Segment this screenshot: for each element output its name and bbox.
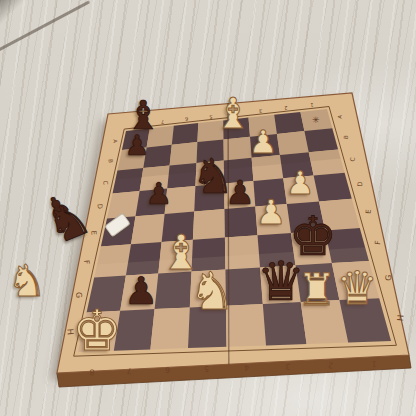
captured-white-knight: ♞	[7, 259, 46, 303]
label-far-2: 2	[284, 105, 287, 111]
label-right-B: B	[343, 135, 349, 140]
label-right-G: G	[384, 274, 393, 281]
label-near-5: 5	[204, 364, 210, 373]
white-knight-g6: ♞	[189, 265, 236, 317]
label-left-F: F	[82, 260, 91, 265]
label-near-7: 7	[126, 366, 132, 375]
white-queen-g1: ♛	[336, 265, 377, 311]
label-right-H: H	[395, 314, 406, 321]
label-far-3: 3	[259, 108, 262, 114]
white-bishop-a4: ♝	[214, 93, 252, 135]
white-pawn-e3: ♟	[256, 195, 286, 229]
label-far-5: 5	[209, 114, 212, 120]
white-rook-g2: ♜	[297, 268, 336, 312]
white-pawn-d2: ♟	[286, 167, 315, 199]
label-near-2: 2	[328, 360, 334, 369]
black-pawn-d4: ♟	[225, 176, 255, 209]
label-far-7: 7	[161, 119, 164, 125]
label-left-B: B	[108, 159, 114, 164]
black-pawn-g7: ♟	[124, 272, 158, 310]
label-near-3: 3	[285, 362, 291, 371]
label-right-D: D	[356, 181, 364, 187]
label-left-C: C	[102, 180, 109, 185]
label-far-1: 1	[310, 102, 313, 108]
label-right-F: F	[373, 240, 382, 245]
black-pawn-d7: ♟	[146, 179, 173, 209]
label-right-E: E	[365, 209, 373, 214]
white-pawn-b3: ♟	[249, 126, 278, 158]
label-right-C: C	[349, 157, 356, 162]
label-far-6: 6	[185, 116, 188, 122]
label-near-8: 8	[89, 367, 95, 376]
label-left-D: D	[96, 204, 104, 210]
label-near-6: 6	[165, 365, 171, 374]
black-pawn-b7: ♟	[124, 132, 149, 160]
corner-star-mark: ✳	[312, 115, 320, 125]
label-near-4: 4	[244, 363, 250, 372]
white-king-h8: ♚	[72, 303, 122, 359]
label-near-1: 1	[371, 359, 377, 368]
